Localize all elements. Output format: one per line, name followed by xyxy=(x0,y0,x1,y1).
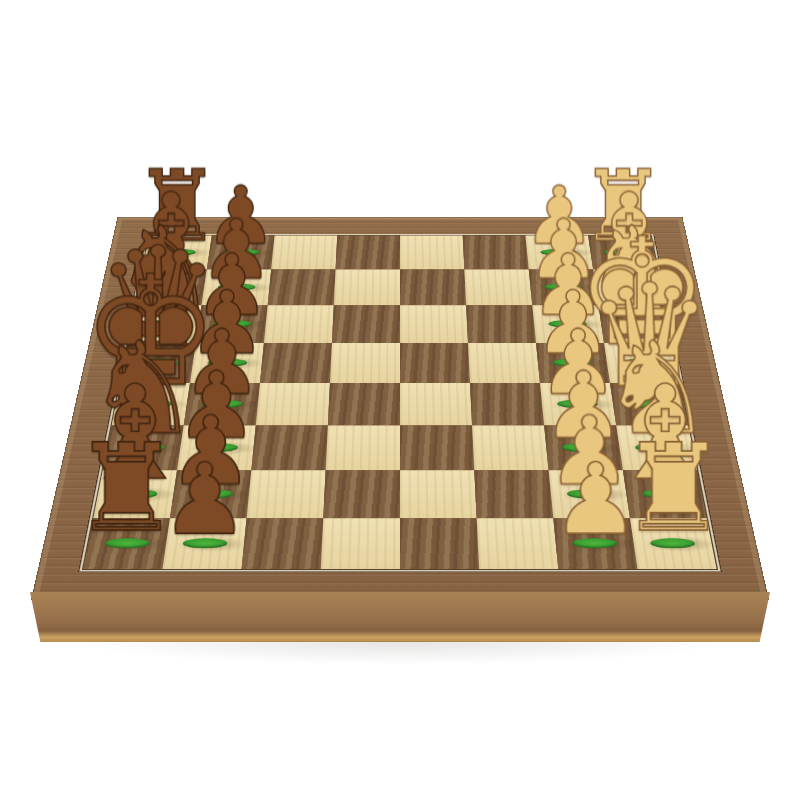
square-d4 xyxy=(400,343,470,383)
square-f4 xyxy=(400,425,474,470)
white-rook-glyph: ♜ xyxy=(620,428,728,549)
square-h6 xyxy=(242,518,324,569)
square-b5 xyxy=(334,269,400,305)
square-e3 xyxy=(470,383,544,425)
square-a5 xyxy=(336,236,400,270)
square-e4 xyxy=(400,383,472,425)
square-g6 xyxy=(247,470,326,518)
square-f3 xyxy=(472,425,549,470)
board-shadow xyxy=(70,641,730,665)
square-e6 xyxy=(256,383,330,425)
square-c6 xyxy=(264,305,334,343)
perspective-scene: ♜♝♞♛♚♞♝♜♟♟♟♟♟♟♟♟♟♟♟♟♟♟♟♟♜♝♞♚♛♞♝♜ xyxy=(0,0,800,800)
square-d5 xyxy=(330,343,400,383)
black-pawn-glyph: ♟ xyxy=(161,450,249,548)
square-h5 xyxy=(321,518,400,569)
square-h3 xyxy=(477,518,559,569)
square-h4 xyxy=(400,518,479,569)
square-g5 xyxy=(323,470,400,518)
square-g4 xyxy=(400,470,477,518)
square-g3 xyxy=(474,470,553,518)
square-b3 xyxy=(464,269,532,305)
square-c3 xyxy=(466,305,536,343)
square-a3 xyxy=(463,236,529,270)
square-c4 xyxy=(400,305,468,343)
square-a4 xyxy=(400,236,464,270)
square-c5 xyxy=(332,305,400,343)
square-f5 xyxy=(326,425,400,470)
square-b6 xyxy=(268,269,336,305)
chess-board: ♜♝♞♛♚♞♝♜♟♟♟♟♟♟♟♟♟♟♟♟♟♟♟♟♜♝♞♚♛♞♝♜ xyxy=(31,217,769,600)
playing-area: ♜♝♞♛♚♞♝♜♟♟♟♟♟♟♟♟♟♟♟♟♟♟♟♟♜♝♞♚♛♞♝♜ xyxy=(83,236,717,570)
square-d6 xyxy=(260,343,332,383)
square-e5 xyxy=(328,383,400,425)
square-b4 xyxy=(400,269,466,305)
chess-set-photo: ♜♝♞♛♚♞♝♜♟♟♟♟♟♟♟♟♟♟♟♟♟♟♟♟♜♝♞♚♛♞♝♜ xyxy=(0,0,800,800)
square-d3 xyxy=(468,343,540,383)
board-side-edge xyxy=(30,592,770,642)
square-f6 xyxy=(251,425,328,470)
square-a6 xyxy=(271,236,337,270)
